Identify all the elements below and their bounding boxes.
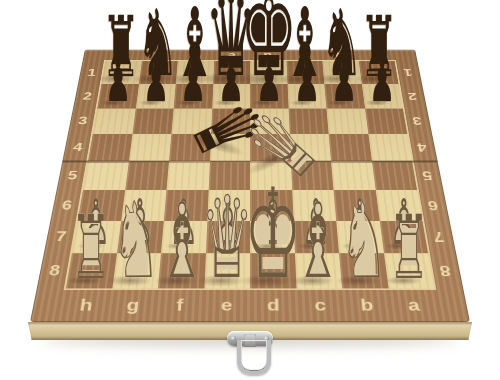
square-c3 [288, 108, 328, 134]
clasp-bail-icon [237, 340, 271, 375]
rank-label-left-4: 4 [62, 134, 92, 161]
square-c5 [290, 161, 333, 190]
square-h4 [88, 134, 132, 161]
square-g5 [125, 161, 169, 190]
square-e4 [210, 134, 250, 161]
rank-label-left-5: 5 [57, 161, 88, 190]
square-f2 [174, 84, 213, 108]
rank-label-left-6: 6 [50, 190, 83, 221]
square-c7 [293, 221, 339, 254]
file-label-top-f: f [178, 50, 215, 61]
file-label-bottom-c: c [296, 288, 345, 322]
rank-label-right-3: 3 [403, 108, 432, 134]
square-g1 [139, 61, 178, 84]
square-d5 [250, 161, 292, 190]
square-g2 [135, 84, 175, 108]
square-g6 [121, 190, 167, 221]
square-b4 [329, 134, 372, 161]
square-e3 [211, 108, 250, 134]
square-a4 [368, 134, 412, 161]
rank-label-right-4: 4 [407, 134, 437, 161]
square-a6 [375, 190, 422, 221]
square-f3 [171, 108, 211, 134]
square-a7 [379, 221, 428, 254]
square-d4 [250, 134, 290, 161]
square-b3 [326, 108, 368, 134]
square-h5 [83, 161, 129, 190]
square-f6 [164, 190, 208, 221]
square-d3 [250, 108, 289, 134]
chess-board: 12345678 12345678 hgfedcba hgfedcba [30, 50, 470, 322]
square-h7 [72, 221, 121, 254]
rank-label-left-3: 3 [68, 108, 97, 134]
square-b8 [339, 253, 388, 288]
square-h2 [97, 84, 138, 108]
square-f1 [176, 61, 214, 84]
square-d2 [250, 84, 288, 108]
rank-label-right-1: 1 [395, 61, 422, 84]
square-d1 [250, 61, 287, 84]
square-e7 [205, 221, 250, 254]
file-label-bottom-e: e [203, 288, 251, 322]
square-h3 [93, 108, 136, 134]
square-d8 [250, 253, 296, 288]
board-squares-grid [66, 61, 434, 288]
square-b6 [334, 190, 380, 221]
square-a3 [365, 108, 408, 134]
square-a1 [358, 61, 398, 84]
square-b7 [336, 221, 383, 254]
square-g4 [129, 134, 172, 161]
square-g3 [132, 108, 174, 134]
square-h6 [78, 190, 125, 221]
square-d7 [250, 221, 295, 254]
file-labels-top: hgfedcba [105, 50, 394, 61]
board-face: 12345678 12345678 hgfedcba hgfedcba [30, 50, 470, 322]
rank-label-left-7: 7 [44, 221, 78, 254]
rank-label-left-8: 8 [37, 253, 72, 288]
file-label-bottom-a: a [388, 288, 440, 322]
square-g7 [116, 221, 163, 254]
rank-label-right-2: 2 [399, 84, 427, 108]
file-label-bottom-b: b [342, 288, 392, 322]
square-h1 [101, 61, 141, 84]
rank-label-right-8: 8 [428, 253, 463, 288]
rank-label-right-5: 5 [412, 161, 443, 190]
square-c4 [289, 134, 331, 161]
square-e6 [207, 190, 250, 221]
rank-label-right-7: 7 [422, 221, 456, 254]
square-b5 [331, 161, 375, 190]
square-c8 [295, 253, 343, 288]
square-f5 [166, 161, 209, 190]
square-f4 [169, 134, 211, 161]
square-f8 [158, 253, 206, 288]
square-c1 [286, 61, 324, 84]
square-b2 [324, 84, 364, 108]
board-fold-seam [62, 161, 438, 163]
square-e2 [212, 84, 250, 108]
file-label-top-a: a [357, 50, 395, 61]
square-c2 [287, 84, 326, 108]
file-label-top-e: e [214, 50, 250, 61]
square-a8 [384, 253, 435, 288]
square-e5 [208, 161, 250, 190]
square-e8 [204, 253, 250, 288]
square-b1 [322, 61, 361, 84]
file-label-top-d: d [250, 50, 286, 61]
square-a5 [371, 161, 417, 190]
square-d6 [250, 190, 293, 221]
file-labels-bottom: hgfedcba [60, 288, 440, 322]
chess-set-product-photo: 12345678 12345678 hgfedcba hgfedcba ♜♞♝♛… [0, 0, 500, 380]
square-e1 [213, 61, 250, 84]
square-a2 [361, 84, 402, 108]
file-label-top-g: g [142, 50, 179, 61]
square-h8 [66, 253, 117, 288]
file-label-bottom-f: f [155, 288, 204, 322]
file-label-bottom-h: h [60, 288, 112, 322]
square-f7 [161, 221, 207, 254]
square-g8 [112, 253, 161, 288]
file-label-top-h: h [105, 50, 143, 61]
rank-label-left-1: 1 [78, 61, 105, 84]
file-label-top-b: b [321, 50, 358, 61]
clasp-screw-left [231, 336, 236, 341]
file-label-top-c: c [286, 50, 323, 61]
square-c6 [292, 190, 336, 221]
rank-label-left-2: 2 [73, 84, 101, 108]
file-label-bottom-g: g [108, 288, 158, 322]
rank-label-right-6: 6 [417, 190, 450, 221]
file-label-bottom-d: d [250, 288, 298, 322]
